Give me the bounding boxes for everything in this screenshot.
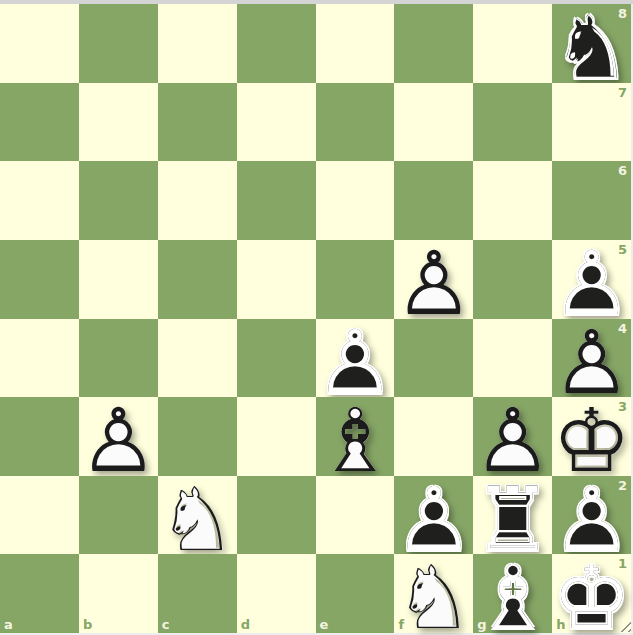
square-c4[interactable] [158, 319, 237, 398]
white-pawn[interactable]: ♟♙ [473, 397, 552, 476]
black-knight-outline: ♘ [552, 4, 631, 92]
black-pawn-outline: ♙ [316, 319, 395, 407]
white-bishop-outline: ♗ [316, 397, 395, 485]
square-g7[interactable] [473, 83, 552, 162]
chess-board-widget: 8♞♘76♟♙5♟♙♟♙4♟♙♟♙♝♗♟♙3♚♔♞♘♟♙♜♖2♟♙abcdef♞… [0, 0, 633, 635]
square-h4[interactable]: 4♟♙ [552, 319, 631, 398]
square-g6[interactable] [473, 161, 552, 240]
square-f2[interactable]: ♟♙ [394, 476, 473, 555]
white-king-fill: ♚ [552, 397, 631, 485]
rank-label-7: 7 [618, 86, 627, 99]
white-bishop[interactable]: ♝♗ [316, 397, 395, 476]
square-e1[interactable]: e [316, 554, 395, 633]
black-king-fill: ♚ [552, 554, 631, 635]
white-pawn-outline: ♙ [394, 240, 473, 328]
square-e8[interactable] [316, 4, 395, 83]
square-f7[interactable] [394, 83, 473, 162]
square-c5[interactable] [158, 240, 237, 319]
square-a2[interactable] [0, 476, 79, 555]
square-g4[interactable] [473, 319, 552, 398]
white-pawn[interactable]: ♟♙ [394, 240, 473, 319]
black-pawn-fill: ♟ [552, 476, 631, 564]
square-d5[interactable] [237, 240, 316, 319]
square-d2[interactable] [237, 476, 316, 555]
black-king-outline: ♔ [552, 554, 631, 635]
square-e6[interactable] [316, 161, 395, 240]
black-rook[interactable]: ♜♖ [473, 476, 552, 555]
square-e2[interactable] [316, 476, 395, 555]
rank-label-6: 6 [618, 164, 627, 177]
square-h7[interactable]: 7 [552, 83, 631, 162]
white-knight[interactable]: ♞♘ [158, 476, 237, 555]
square-f5[interactable]: ♟♙ [394, 240, 473, 319]
black-knight[interactable]: ♞♘ [552, 4, 631, 83]
square-c7[interactable] [158, 83, 237, 162]
white-knight-fill: ♞ [394, 554, 473, 635]
square-h5[interactable]: 5♟♙ [552, 240, 631, 319]
black-pawn[interactable]: ♟♙ [552, 240, 631, 319]
black-bishop-outline: ♗ [473, 554, 552, 635]
black-pawn-outline: ♙ [552, 240, 631, 328]
square-g8[interactable] [473, 4, 552, 83]
white-king-outline: ♔ [552, 397, 631, 485]
white-pawn-outline: ♙ [79, 397, 158, 485]
black-pawn[interactable]: ♟♙ [394, 476, 473, 555]
square-d7[interactable] [237, 83, 316, 162]
white-pawn-fill: ♟ [552, 319, 631, 407]
square-b1[interactable]: b [79, 554, 158, 633]
square-a4[interactable] [0, 319, 79, 398]
square-c6[interactable] [158, 161, 237, 240]
square-f1[interactable]: f♞♘ [394, 554, 473, 633]
square-e3[interactable]: ♝♗ [316, 397, 395, 476]
square-g1[interactable]: g♝♗ [473, 554, 552, 633]
white-pawn-fill: ♟ [79, 397, 158, 485]
square-f8[interactable] [394, 4, 473, 83]
square-b2[interactable] [79, 476, 158, 555]
file-label-e: e [320, 618, 329, 631]
white-bishop-fill: ♝ [316, 397, 395, 485]
square-h6[interactable]: 6 [552, 161, 631, 240]
black-pawn-fill: ♟ [316, 319, 395, 407]
white-pawn-fill: ♟ [473, 397, 552, 485]
black-pawn-outline: ♙ [394, 476, 473, 564]
square-e4[interactable]: ♟♙ [316, 319, 395, 398]
square-b4[interactable] [79, 319, 158, 398]
square-c3[interactable] [158, 397, 237, 476]
chess-board: 8♞♘76♟♙5♟♙♟♙4♟♙♟♙♝♗♟♙3♚♔♞♘♟♙♜♖2♟♙abcdef♞… [0, 4, 631, 633]
black-bishop[interactable]: ♝♗ [473, 554, 552, 633]
white-pawn-outline: ♙ [552, 319, 631, 407]
black-pawn-fill: ♟ [552, 240, 631, 328]
file-label-c: c [162, 618, 170, 631]
square-b6[interactable] [79, 161, 158, 240]
square-a3[interactable] [0, 397, 79, 476]
square-a7[interactable] [0, 83, 79, 162]
black-king[interactable]: ♚♔ [552, 554, 631, 633]
black-bishop-fill: ♝ [473, 554, 552, 635]
square-g3[interactable]: ♟♙ [473, 397, 552, 476]
square-b3[interactable]: ♟♙ [79, 397, 158, 476]
file-label-d: d [241, 618, 250, 631]
black-rook-outline: ♖ [473, 476, 552, 564]
white-knight-fill: ♞ [158, 476, 237, 564]
square-h3[interactable]: 3♚♔ [552, 397, 631, 476]
square-a5[interactable] [0, 240, 79, 319]
square-f3[interactable] [394, 397, 473, 476]
square-g2[interactable]: ♜♖ [473, 476, 552, 555]
square-e7[interactable] [316, 83, 395, 162]
white-knight-outline: ♘ [394, 554, 473, 635]
white-pawn[interactable]: ♟♙ [552, 319, 631, 398]
square-g5[interactable] [473, 240, 552, 319]
white-pawn-outline: ♙ [473, 397, 552, 485]
square-h8[interactable]: 8♞♘ [552, 4, 631, 83]
black-pawn[interactable]: ♟♙ [552, 476, 631, 555]
square-d3[interactable] [237, 397, 316, 476]
square-a6[interactable] [0, 161, 79, 240]
black-pawn-fill: ♟ [394, 476, 473, 564]
square-h2[interactable]: 2♟♙ [552, 476, 631, 555]
square-h1[interactable]: 1h♚♔ [552, 554, 631, 633]
file-label-a: a [4, 618, 13, 631]
square-d1[interactable]: d [237, 554, 316, 633]
file-label-b: b [83, 618, 92, 631]
square-c2[interactable]: ♞♘ [158, 476, 237, 555]
white-pawn-fill: ♟ [394, 240, 473, 328]
square-b8[interactable] [79, 4, 158, 83]
square-b5[interactable] [79, 240, 158, 319]
black-pawn[interactable]: ♟♙ [316, 319, 395, 398]
square-e5[interactable] [316, 240, 395, 319]
square-c1[interactable]: c [158, 554, 237, 633]
square-f6[interactable] [394, 161, 473, 240]
square-a8[interactable] [0, 4, 79, 83]
white-king[interactable]: ♚♔ [552, 397, 631, 476]
black-pawn-outline: ♙ [552, 476, 631, 564]
white-knight-outline: ♘ [158, 476, 237, 564]
square-a1[interactable]: a [0, 554, 79, 633]
white-pawn[interactable]: ♟♙ [79, 397, 158, 476]
square-b7[interactable] [79, 83, 158, 162]
white-knight[interactable]: ♞♘ [394, 554, 473, 633]
square-d8[interactable] [237, 4, 316, 83]
square-d4[interactable] [237, 319, 316, 398]
square-c8[interactable] [158, 4, 237, 83]
black-rook-fill: ♜ [473, 476, 552, 564]
square-d6[interactable] [237, 161, 316, 240]
square-f4[interactable] [394, 319, 473, 398]
black-knight-fill: ♞ [552, 4, 631, 92]
